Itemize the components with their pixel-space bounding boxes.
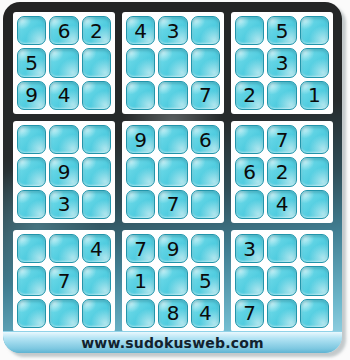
cell-r8c7[interactable] (235, 266, 264, 295)
cell-r7c1[interactable] (17, 234, 46, 263)
cell-r9c6[interactable]: 4 (191, 299, 220, 328)
cell-r6c1[interactable] (17, 190, 46, 219)
cell-r5c3[interactable] (82, 157, 111, 186)
cell-r1c3[interactable]: 2 (82, 16, 111, 45)
cell-r2c6[interactable] (191, 48, 220, 77)
cell-r1c6[interactable] (191, 16, 220, 45)
cell-r7c2[interactable] (49, 234, 78, 263)
cell-r1c8[interactable]: 5 (267, 16, 296, 45)
cell-r8c2[interactable]: 7 (49, 266, 78, 295)
cell-r8c1[interactable] (17, 266, 46, 295)
cell-r8c4[interactable]: 1 (126, 266, 155, 295)
cell-r5c4[interactable] (126, 157, 155, 186)
cell-r5c2[interactable]: 9 (49, 157, 78, 186)
cell-r8c6[interactable]: 5 (191, 266, 220, 295)
cell-r7c3[interactable]: 4 (82, 234, 111, 263)
cell-r7c6[interactable] (191, 234, 220, 263)
cell-r7c8[interactable] (267, 234, 296, 263)
cell-r4c1[interactable] (17, 125, 46, 154)
cell-r3c5[interactable] (158, 81, 187, 110)
cell-r6c2[interactable]: 3 (49, 190, 78, 219)
cell-r5c6[interactable] (191, 157, 220, 186)
cell-r3c9[interactable]: 1 (300, 81, 329, 110)
sudoku-box-2-3: 7624 (231, 121, 333, 223)
cell-r2c1[interactable]: 5 (17, 48, 46, 77)
cell-r5c1[interactable] (17, 157, 46, 186)
sudoku-box-1-2: 437 (122, 12, 224, 114)
cell-r3c2[interactable]: 4 (49, 81, 78, 110)
cell-r9c3[interactable] (82, 299, 111, 328)
cell-r2c8[interactable]: 3 (267, 48, 296, 77)
cell-r7c9[interactable] (300, 234, 329, 263)
sudoku-board: 6259443753219396776244779158437 (13, 12, 333, 332)
sudoku-box-1-3: 5321 (231, 12, 333, 114)
cell-r3c3[interactable] (82, 81, 111, 110)
cell-r2c9[interactable] (300, 48, 329, 77)
cell-r1c1[interactable] (17, 16, 46, 45)
page: 6259443753219396776244779158437 www.sudo… (0, 0, 350, 360)
cell-r2c5[interactable] (158, 48, 187, 77)
cell-r2c3[interactable] (82, 48, 111, 77)
cell-r4c7[interactable] (235, 125, 264, 154)
cell-r3c8[interactable] (267, 81, 296, 110)
cell-r1c2[interactable]: 6 (49, 16, 78, 45)
cell-r9c5[interactable]: 8 (158, 299, 187, 328)
cell-r4c3[interactable] (82, 125, 111, 154)
cell-r3c6[interactable]: 7 (191, 81, 220, 110)
sudoku-box-3-3: 37 (231, 230, 333, 332)
cell-r9c2[interactable] (49, 299, 78, 328)
cell-r7c7[interactable]: 3 (235, 234, 264, 263)
cell-r5c7[interactable]: 6 (235, 157, 264, 186)
cell-r4c2[interactable] (49, 125, 78, 154)
sudoku-box-2-1: 93 (13, 121, 115, 223)
cell-r9c1[interactable] (17, 299, 46, 328)
cell-r5c5[interactable] (158, 157, 187, 186)
sudoku-box-2-2: 967 (122, 121, 224, 223)
cell-r9c7[interactable]: 7 (235, 299, 264, 328)
cell-r7c4[interactable]: 7 (126, 234, 155, 263)
cell-r9c8[interactable] (267, 299, 296, 328)
sudoku-board-frame: 6259443753219396776244779158437 www.sudo… (3, 2, 342, 353)
sudoku-box-3-1: 47 (13, 230, 115, 332)
cell-r2c7[interactable] (235, 48, 264, 77)
footer-bar: www.sudokusweb.com (3, 331, 342, 353)
sudoku-box-1-1: 62594 (13, 12, 115, 114)
cell-r6c7[interactable] (235, 190, 264, 219)
cell-r8c8[interactable] (267, 266, 296, 295)
cell-r1c5[interactable]: 3 (158, 16, 187, 45)
cell-r2c2[interactable] (49, 48, 78, 77)
cell-r7c5[interactable]: 9 (158, 234, 187, 263)
cell-r8c9[interactable] (300, 266, 329, 295)
cell-r4c8[interactable]: 7 (267, 125, 296, 154)
cell-r1c7[interactable] (235, 16, 264, 45)
cell-r6c5[interactable]: 7 (158, 190, 187, 219)
cell-r8c3[interactable] (82, 266, 111, 295)
cell-r4c9[interactable] (300, 125, 329, 154)
cell-r6c9[interactable] (300, 190, 329, 219)
sudoku-box-3-2: 791584 (122, 230, 224, 332)
cell-r3c1[interactable]: 9 (17, 81, 46, 110)
cell-r3c7[interactable]: 2 (235, 81, 264, 110)
cell-r5c8[interactable]: 2 (267, 157, 296, 186)
cell-r6c4[interactable] (126, 190, 155, 219)
cell-r9c4[interactable] (126, 299, 155, 328)
cell-r8c5[interactable] (158, 266, 187, 295)
cell-r3c4[interactable] (126, 81, 155, 110)
cell-r9c9[interactable] (300, 299, 329, 328)
cell-r1c9[interactable] (300, 16, 329, 45)
cell-r1c4[interactable]: 4 (126, 16, 155, 45)
cell-r4c6[interactable]: 6 (191, 125, 220, 154)
cell-r6c3[interactable] (82, 190, 111, 219)
cell-r2c4[interactable] (126, 48, 155, 77)
site-url[interactable]: www.sudokusweb.com (81, 335, 264, 351)
cell-r6c6[interactable] (191, 190, 220, 219)
cell-r6c8[interactable]: 4 (267, 190, 296, 219)
cell-r4c4[interactable]: 9 (126, 125, 155, 154)
cell-r4c5[interactable] (158, 125, 187, 154)
cell-r5c9[interactable] (300, 157, 329, 186)
